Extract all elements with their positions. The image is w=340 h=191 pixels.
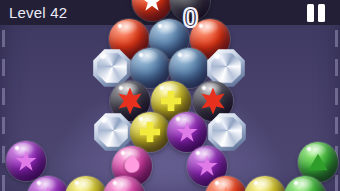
bubble-red-star[interactable] <box>132 0 172 21</box>
star-icon <box>215 186 237 191</box>
star-icon <box>196 155 218 177</box>
game-screen: Level 42 0 <box>0 0 340 191</box>
burst-icon <box>117 88 144 115</box>
star-icon <box>141 0 163 12</box>
plus-icon <box>140 122 161 143</box>
bubble-yellow[interactable] <box>65 176 107 191</box>
triangle-icon <box>308 153 329 171</box>
score-counter: 0 <box>183 3 198 34</box>
plus-icon <box>161 91 182 112</box>
star-icon <box>15 150 37 172</box>
star-icon <box>113 186 135 191</box>
drop-icon <box>121 155 142 176</box>
bubble-board[interactable] <box>0 0 340 191</box>
bubble-purple-star[interactable] <box>6 141 46 181</box>
bubble-yellow[interactable] <box>244 176 286 191</box>
star-icon <box>37 186 59 191</box>
star-icon <box>176 121 198 143</box>
burst-icon <box>200 88 227 115</box>
